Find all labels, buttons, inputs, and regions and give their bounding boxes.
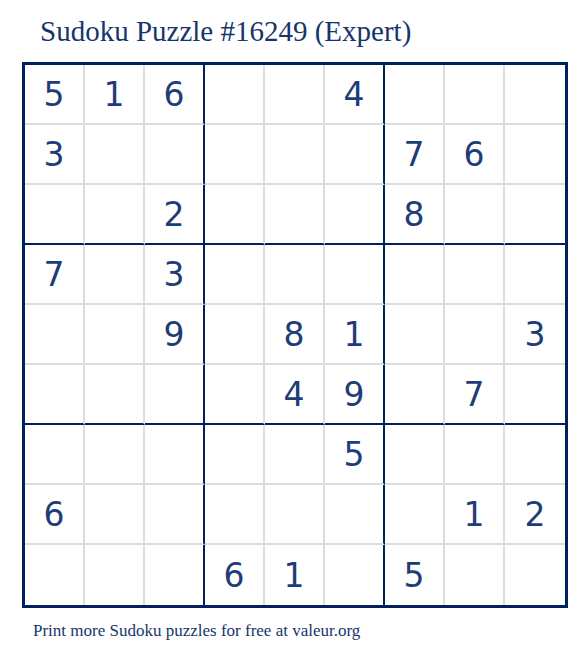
page-title: Sudoku Puzzle #16249 (Expert) <box>40 14 580 48</box>
cell-r7c3 <box>145 425 205 485</box>
cell-r4c9 <box>505 245 565 305</box>
cell-r5c9: 3 <box>505 305 565 365</box>
sudoku-page: Sudoku Puzzle #16249 (Expert) 5164376287… <box>0 0 580 651</box>
cell-r7c7 <box>385 425 445 485</box>
cell-r9c3 <box>145 545 205 605</box>
cell-r3c4 <box>205 185 265 245</box>
cell-r3c2 <box>85 185 145 245</box>
cell-r4c5 <box>265 245 325 305</box>
cell-r5c3: 9 <box>145 305 205 365</box>
cell-r6c5: 4 <box>265 365 325 425</box>
cell-r7c8 <box>445 425 505 485</box>
cell-r1c4 <box>205 65 265 125</box>
cell-r7c5 <box>265 425 325 485</box>
cell-r9c5: 1 <box>265 545 325 605</box>
cell-r4c3: 3 <box>145 245 205 305</box>
cell-r5c6: 1 <box>325 305 385 365</box>
cell-r1c1: 5 <box>25 65 85 125</box>
cell-r1c3: 6 <box>145 65 205 125</box>
cell-r7c2 <box>85 425 145 485</box>
cell-r9c2 <box>85 545 145 605</box>
cell-r8c5 <box>265 485 325 545</box>
cell-r5c7 <box>385 305 445 365</box>
footer-text: Print more Sudoku puzzles for free at va… <box>33 621 580 641</box>
cell-r6c1 <box>25 365 85 425</box>
cell-r6c3 <box>145 365 205 425</box>
cell-r2c4 <box>205 125 265 185</box>
cell-r2c2 <box>85 125 145 185</box>
cell-r4c1: 7 <box>25 245 85 305</box>
cell-r2c3 <box>145 125 205 185</box>
cell-r6c8: 7 <box>445 365 505 425</box>
cell-r2c5 <box>265 125 325 185</box>
cell-r1c6: 4 <box>325 65 385 125</box>
cell-r9c1 <box>25 545 85 605</box>
cell-r4c2 <box>85 245 145 305</box>
cell-r1c5 <box>265 65 325 125</box>
cell-r8c8: 1 <box>445 485 505 545</box>
cell-r7c1 <box>25 425 85 485</box>
cell-r9c4: 6 <box>205 545 265 605</box>
cell-r8c6 <box>325 485 385 545</box>
cell-r3c7: 8 <box>385 185 445 245</box>
cell-r5c8 <box>445 305 505 365</box>
cell-r9c7: 5 <box>385 545 445 605</box>
cell-r5c2 <box>85 305 145 365</box>
cell-r4c8 <box>445 245 505 305</box>
cell-r9c6 <box>325 545 385 605</box>
cell-r8c9: 2 <box>505 485 565 545</box>
cell-r1c8 <box>445 65 505 125</box>
cell-r3c6 <box>325 185 385 245</box>
cell-r8c3 <box>145 485 205 545</box>
cell-r8c1: 6 <box>25 485 85 545</box>
cell-r1c9 <box>505 65 565 125</box>
cell-r8c2 <box>85 485 145 545</box>
cell-r6c9 <box>505 365 565 425</box>
cell-r4c6 <box>325 245 385 305</box>
cell-r6c2 <box>85 365 145 425</box>
cell-r3c8 <box>445 185 505 245</box>
cell-r4c4 <box>205 245 265 305</box>
cell-r9c9 <box>505 545 565 605</box>
cell-r3c1 <box>25 185 85 245</box>
cell-r7c9 <box>505 425 565 485</box>
cell-r2c6 <box>325 125 385 185</box>
cell-r7c6: 5 <box>325 425 385 485</box>
cell-r8c7 <box>385 485 445 545</box>
cell-r1c2: 1 <box>85 65 145 125</box>
cell-r2c9 <box>505 125 565 185</box>
cell-r6c6: 9 <box>325 365 385 425</box>
cell-r2c7: 7 <box>385 125 445 185</box>
cell-r2c8: 6 <box>445 125 505 185</box>
cell-r5c1 <box>25 305 85 365</box>
cell-r9c8 <box>445 545 505 605</box>
cell-r6c7 <box>385 365 445 425</box>
sudoku-board: 5164376287398134975612615 <box>22 62 568 608</box>
cell-r4c7 <box>385 245 445 305</box>
cell-r3c9 <box>505 185 565 245</box>
cell-r6c4 <box>205 365 265 425</box>
cell-r8c4 <box>205 485 265 545</box>
cell-r7c4 <box>205 425 265 485</box>
cell-r5c5: 8 <box>265 305 325 365</box>
cell-r3c3: 2 <box>145 185 205 245</box>
cell-r5c4 <box>205 305 265 365</box>
cell-r1c7 <box>385 65 445 125</box>
cell-r3c5 <box>265 185 325 245</box>
cell-r2c1: 3 <box>25 125 85 185</box>
